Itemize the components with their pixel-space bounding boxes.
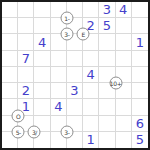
- cell-r5c6[interactable]: 4: [83, 67, 99, 83]
- cell-r9c9[interactable]: 5: [132, 132, 148, 148]
- cell-r7c4[interactable]: 4: [51, 99, 67, 115]
- mathrax-clue-circle-r8c4: 3-: [60, 125, 73, 138]
- given-digit: 4: [54, 100, 62, 113]
- cell-r2c7[interactable]: 5: [99, 18, 115, 34]
- cell-r7c9[interactable]: [132, 99, 148, 115]
- cell-r8c9[interactable]: 6: [132, 116, 148, 132]
- given-digit: 4: [119, 3, 127, 16]
- cell-r5c9[interactable]: [132, 67, 148, 83]
- mathrax-board: 342541742314615 1-3-E10+O5-3/3-: [0, 0, 150, 150]
- cell-r5c2[interactable]: [18, 67, 34, 83]
- cell-r1c7[interactable]: 3: [99, 2, 115, 18]
- cell-r6c5[interactable]: 3: [67, 83, 83, 99]
- cell-r6c4[interactable]: [51, 83, 67, 99]
- cell-r6c3[interactable]: [34, 83, 50, 99]
- cell-r3c1[interactable]: [2, 34, 18, 50]
- mathrax-clue-circle-r1c4: 1-: [60, 12, 73, 25]
- given-digit: 3: [70, 84, 78, 97]
- cell-r8c8[interactable]: [116, 116, 132, 132]
- cell-r2c9[interactable]: [132, 18, 148, 34]
- cell-r5c4[interactable]: [51, 67, 67, 83]
- given-digit: 5: [103, 19, 111, 32]
- given-digit: 1: [87, 133, 95, 146]
- given-digit: 5: [136, 133, 144, 146]
- cell-r3c2[interactable]: [18, 34, 34, 50]
- cell-r7c7[interactable]: [99, 99, 115, 115]
- cell-r2c2[interactable]: [18, 18, 34, 34]
- cell-r9c6[interactable]: 1: [83, 132, 99, 148]
- cell-r4c6[interactable]: [83, 51, 99, 67]
- cell-r6c2[interactable]: 2: [18, 83, 34, 99]
- cell-r4c4[interactable]: [51, 51, 67, 67]
- given-digit: 3: [103, 3, 111, 16]
- cell-r3c7[interactable]: [99, 34, 115, 50]
- mathrax-clue-circle-r2c5: E: [77, 28, 90, 41]
- given-digit: 6: [136, 117, 144, 130]
- cell-r9c7[interactable]: [99, 132, 115, 148]
- cell-r4c1[interactable]: [2, 51, 18, 67]
- cell-r7c8[interactable]: [116, 99, 132, 115]
- cell-r8c6[interactable]: [83, 116, 99, 132]
- given-digit: 4: [38, 36, 46, 49]
- mathrax-clue-circle-r8c1: 5-: [12, 125, 25, 138]
- cell-r1c1[interactable]: [2, 2, 18, 18]
- cell-r7c6[interactable]: [83, 99, 99, 115]
- cell-r2c3[interactable]: [34, 18, 50, 34]
- given-digit: 1: [136, 36, 144, 49]
- cell-r4c9[interactable]: [132, 51, 148, 67]
- cell-r4c7[interactable]: [99, 51, 115, 67]
- cell-r1c8[interactable]: 4: [116, 2, 132, 18]
- puzzle-grid: 342541742314615: [2, 2, 148, 148]
- cell-r3c9[interactable]: 1: [132, 34, 148, 50]
- cell-r5c3[interactable]: [34, 67, 50, 83]
- cell-r9c8[interactable]: [116, 132, 132, 148]
- cell-r7c3[interactable]: [34, 99, 50, 115]
- cell-r2c1[interactable]: [2, 18, 18, 34]
- cell-r3c3[interactable]: 4: [34, 34, 50, 50]
- cell-r8c7[interactable]: [99, 116, 115, 132]
- cell-r1c6[interactable]: [83, 2, 99, 18]
- mathrax-clue-circle-r8c2: 3/: [28, 125, 41, 138]
- cell-r1c2[interactable]: [18, 2, 34, 18]
- mathrax-clue-circle-r5c7: 10+: [109, 77, 122, 90]
- cell-r5c1[interactable]: [2, 67, 18, 83]
- mathrax-clue-circle-r2c4: 3-: [60, 28, 73, 41]
- cell-r6c9[interactable]: [132, 83, 148, 99]
- cell-r6c6[interactable]: [83, 83, 99, 99]
- cell-r7c5[interactable]: [67, 99, 83, 115]
- given-digit: 2: [22, 84, 30, 97]
- cell-r4c3[interactable]: [34, 51, 50, 67]
- cell-r1c9[interactable]: [132, 2, 148, 18]
- cell-r5c5[interactable]: [67, 67, 83, 83]
- given-digit: 7: [22, 52, 30, 65]
- cell-r3c8[interactable]: [116, 34, 132, 50]
- cell-r4c5[interactable]: [67, 51, 83, 67]
- mathrax-clue-circle-r7c1: O: [12, 109, 25, 122]
- given-digit: 4: [87, 68, 95, 81]
- cell-r4c8[interactable]: [116, 51, 132, 67]
- cell-r2c8[interactable]: [116, 18, 132, 34]
- cell-r6c1[interactable]: [2, 83, 18, 99]
- cell-r4c2[interactable]: 7: [18, 51, 34, 67]
- cell-r1c3[interactable]: [34, 2, 50, 18]
